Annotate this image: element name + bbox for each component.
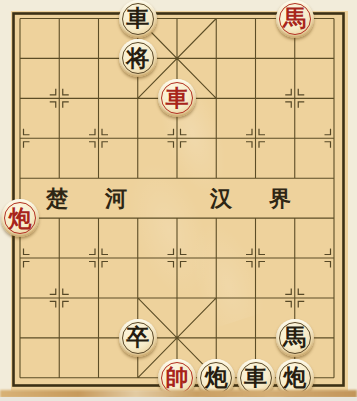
intersection[interactable] [118, 278, 157, 318]
intersection[interactable] [275, 238, 314, 278]
intersection[interactable] [197, 0, 236, 38]
piece-glyph: 炮 [205, 365, 228, 388]
intersection[interactable] [197, 198, 236, 238]
intersection[interactable] [118, 198, 157, 238]
intersection[interactable] [236, 38, 275, 78]
intersection[interactable] [40, 158, 79, 198]
intersection[interactable] [197, 238, 236, 278]
intersection[interactable] [275, 158, 314, 198]
intersection[interactable]: 馬 [275, 0, 314, 38]
intersection[interactable] [40, 198, 79, 238]
intersection[interactable] [314, 78, 353, 118]
intersection[interactable] [0, 318, 39, 358]
intersection[interactable] [236, 158, 275, 198]
intersection[interactable] [0, 118, 39, 158]
piece-red-chariot[interactable]: 車 [158, 79, 196, 117]
intersection[interactable] [157, 318, 196, 358]
intersection[interactable] [0, 158, 39, 198]
intersection[interactable] [275, 78, 314, 118]
intersection[interactable] [157, 198, 196, 238]
piece-glyph: 馬 [283, 325, 306, 348]
intersection[interactable] [236, 78, 275, 118]
intersection[interactable] [275, 118, 314, 158]
piece-glyph: 炮 [283, 365, 306, 388]
intersection[interactable] [314, 198, 353, 238]
piece-black-general[interactable]: 将 [119, 39, 157, 77]
piece-glyph: 車 [166, 86, 189, 109]
intersection[interactable] [40, 78, 79, 118]
intersection[interactable] [314, 38, 353, 78]
intersection[interactable] [118, 158, 157, 198]
piece-glyph: 馬 [283, 6, 306, 29]
intersection[interactable] [236, 278, 275, 318]
piece-red-horse[interactable]: 馬 [276, 0, 314, 38]
intersection[interactable]: 卒 [118, 318, 157, 358]
intersection[interactable] [157, 38, 196, 78]
intersection[interactable] [275, 198, 314, 238]
intersection[interactable] [118, 78, 157, 118]
intersection[interactable] [0, 78, 39, 118]
intersection[interactable] [236, 0, 275, 38]
intersection[interactable] [79, 0, 118, 38]
intersection[interactable]: 車 [118, 0, 157, 38]
intersection[interactable]: 炮 [0, 198, 39, 238]
piece-glyph: 炮 [9, 206, 32, 229]
intersection[interactable] [197, 318, 236, 358]
intersection[interactable] [197, 78, 236, 118]
intersection[interactable] [197, 158, 236, 198]
piece-black-horse[interactable]: 馬 [276, 319, 314, 357]
xiangqi-board: 楚河 汉界 車馬将車炮卒馬帥炮車炮 [0, 0, 357, 401]
piece-glyph: 帥 [166, 365, 189, 388]
intersection[interactable] [314, 0, 353, 38]
intersection[interactable] [79, 238, 118, 278]
intersection[interactable] [40, 38, 79, 78]
intersection[interactable] [79, 278, 118, 318]
intersection[interactable] [40, 318, 79, 358]
intersection[interactable] [236, 318, 275, 358]
intersection[interactable] [197, 38, 236, 78]
intersection[interactable]: 車 [157, 78, 196, 118]
intersection[interactable]: 馬 [275, 318, 314, 358]
board-grid: 車馬将車炮卒馬帥炮車炮 [0, 0, 353, 398]
intersection[interactable] [0, 238, 39, 278]
intersection[interactable] [0, 38, 39, 78]
intersection[interactable] [40, 238, 79, 278]
intersection[interactable] [0, 278, 39, 318]
intersection[interactable] [118, 238, 157, 278]
intersection[interactable] [157, 278, 196, 318]
intersection[interactable] [314, 278, 353, 318]
intersection[interactable] [79, 38, 118, 78]
piece-black-soldier[interactable]: 卒 [119, 319, 157, 357]
intersection[interactable] [79, 78, 118, 118]
piece-glyph: 将 [126, 46, 149, 69]
intersection[interactable] [157, 118, 196, 158]
intersection[interactable] [157, 158, 196, 198]
intersection[interactable] [79, 318, 118, 358]
intersection[interactable] [197, 118, 236, 158]
intersection[interactable] [314, 158, 353, 198]
intersection[interactable] [314, 118, 353, 158]
intersection[interactable] [40, 278, 79, 318]
piece-glyph: 車 [126, 6, 149, 29]
intersection[interactable] [79, 198, 118, 238]
intersection[interactable] [79, 158, 118, 198]
piece-black-chariot[interactable]: 車 [119, 0, 157, 38]
intersection[interactable] [275, 278, 314, 318]
intersection[interactable] [40, 0, 79, 38]
intersection[interactable] [197, 278, 236, 318]
piece-glyph: 卒 [126, 325, 149, 348]
intersection[interactable] [40, 118, 79, 158]
intersection[interactable] [236, 198, 275, 238]
intersection[interactable] [157, 0, 196, 38]
intersection[interactable] [236, 118, 275, 158]
intersection[interactable] [118, 118, 157, 158]
intersection[interactable] [275, 38, 314, 78]
intersection[interactable] [236, 238, 275, 278]
intersection[interactable] [314, 318, 353, 358]
intersection[interactable] [79, 118, 118, 158]
intersection[interactable]: 将 [118, 38, 157, 78]
piece-red-cannon[interactable]: 炮 [1, 199, 39, 237]
intersection[interactable] [157, 238, 196, 278]
piece-glyph: 車 [244, 365, 267, 388]
intersection[interactable] [0, 0, 39, 38]
bottom-edge-strip [0, 397, 357, 401]
intersection[interactable] [314, 238, 353, 278]
